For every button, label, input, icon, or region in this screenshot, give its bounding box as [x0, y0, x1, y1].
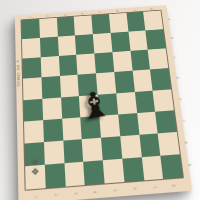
board-square — [43, 118, 63, 141]
board-square — [41, 76, 60, 98]
board-square — [40, 37, 59, 58]
coordinate-label: 8 — [171, 179, 176, 191]
board-square — [150, 68, 171, 90]
board-square — [56, 17, 75, 37]
board-square — [103, 159, 124, 184]
board-square — [45, 163, 66, 188]
board-square — [101, 136, 122, 160]
board-square — [126, 12, 146, 32]
board-square — [76, 54, 96, 75]
us-chess-label: US CHESS — [16, 65, 21, 87]
board-square — [112, 51, 132, 72]
board-square — [75, 34, 94, 55]
board-square — [109, 13, 128, 33]
board-square — [161, 154, 183, 179]
board-square — [22, 38, 41, 59]
board-square — [39, 18, 57, 38]
board-square — [62, 117, 82, 140]
board-square — [118, 113, 139, 136]
board-square — [44, 140, 64, 164]
board-square — [120, 135, 141, 159]
board-square — [83, 160, 104, 185]
board-square — [134, 90, 155, 113]
board-square — [94, 52, 114, 73]
us-chess-brand: ✦ US CHESS — [16, 59, 21, 94]
board-square — [93, 33, 112, 54]
board-square — [23, 98, 42, 121]
coordinate-label: 5 — [113, 184, 118, 196]
board-square — [158, 132, 180, 156]
board-square — [42, 97, 62, 120]
board-square — [116, 92, 137, 115]
board-square — [82, 137, 103, 161]
board-square — [74, 15, 93, 35]
board-square — [128, 31, 148, 52]
coordinate-label: 1 — [34, 190, 38, 200]
board-square — [22, 58, 41, 79]
coordinate-label: 3 — [73, 187, 77, 199]
board-square — [148, 49, 168, 70]
board-square — [58, 55, 77, 76]
board-square — [122, 157, 144, 182]
board-square — [64, 162, 85, 187]
board-square — [63, 139, 84, 163]
coordinate-label: 4 — [93, 185, 98, 197]
board-square — [132, 70, 153, 92]
chess-board: 12345678 12345678 abcdefgh abcdefgh ✦ US… — [15, 5, 192, 200]
board-square — [40, 56, 59, 77]
corner-emblems: ❖ ❖ — [25, 155, 45, 180]
board-square — [130, 50, 150, 71]
board-square — [155, 110, 176, 133]
board-square — [24, 120, 44, 144]
photo-scene: 12345678 12345678 abcdefgh abcdefgh ✦ US… — [0, 0, 200, 200]
board-square — [23, 78, 42, 100]
corner-emblem-icon: ❖ — [31, 167, 40, 177]
board-square — [146, 29, 166, 50]
coordinate-label: 6 — [132, 182, 137, 194]
board-square — [91, 14, 110, 34]
board-square — [57, 36, 76, 57]
coordinate-label: 2 — [54, 188, 58, 200]
us-chess-logo-icon: ✦ — [16, 59, 20, 64]
board-square — [143, 11, 163, 31]
coordinate-label: 7 — [152, 181, 157, 193]
board-square — [110, 32, 130, 53]
board-square — [153, 89, 174, 111]
board-square — [114, 71, 134, 93]
board-square — [21, 19, 39, 39]
